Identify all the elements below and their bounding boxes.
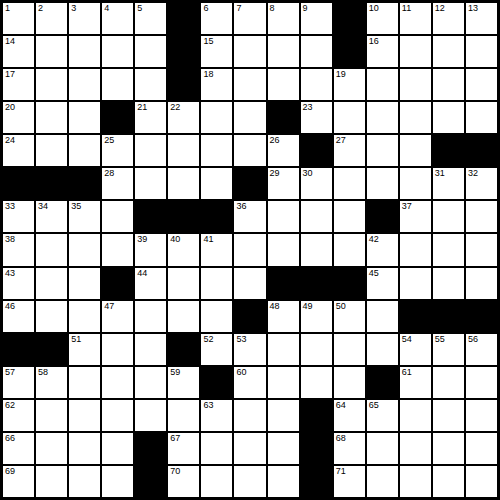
cell-r2c7[interactable]: 15	[201, 36, 232, 67]
clue-number: 49	[303, 301, 313, 312]
black-cell-r4c9	[268, 102, 299, 133]
cell-r3c7[interactable]: 18	[201, 69, 232, 100]
cell-r11c5[interactable]	[135, 334, 166, 365]
clue-number: 47	[104, 301, 114, 312]
black-cell-r1c11	[334, 3, 365, 34]
cell-r15c12[interactable]	[367, 466, 398, 497]
cell-r15c3[interactable]	[69, 466, 100, 497]
black-cell-r7c6	[168, 201, 199, 232]
cell-r5c3[interactable]	[69, 135, 100, 166]
cell-r2c9[interactable]	[268, 36, 299, 67]
cell-r11c8[interactable]: 53	[234, 334, 265, 365]
black-cell-r14c10	[301, 433, 332, 464]
clue-number: 55	[435, 334, 445, 345]
cell-r8c1[interactable]: 38	[3, 234, 34, 265]
cell-r5c6[interactable]	[168, 135, 199, 166]
cell-r8c4[interactable]	[102, 234, 133, 265]
cell-r9c13[interactable]	[400, 268, 431, 299]
clue-number: 11	[402, 3, 411, 14]
black-cell-r7c12	[367, 201, 398, 232]
black-cell-r12c7	[201, 367, 232, 398]
cell-r5c11[interactable]: 27	[334, 135, 365, 166]
cell-r9c7[interactable]	[201, 268, 232, 299]
clue-number: 26	[270, 135, 280, 146]
cell-r1c8[interactable]: 7	[234, 3, 265, 34]
clue-number: 44	[137, 268, 147, 279]
clue-number: 35	[71, 201, 81, 212]
black-cell-r9c11	[334, 268, 365, 299]
cell-r3c15[interactable]	[466, 69, 497, 100]
cell-r1c5[interactable]: 5	[135, 3, 166, 34]
cell-r4c11[interactable]	[334, 102, 365, 133]
cell-r3c1[interactable]: 17	[3, 69, 34, 100]
cell-r14c12[interactable]	[367, 433, 398, 464]
cell-r2c1[interactable]: 14	[3, 36, 34, 67]
cell-r2c14[interactable]	[433, 36, 464, 67]
cell-r3c12[interactable]	[367, 69, 398, 100]
cell-r12c5[interactable]	[135, 367, 166, 398]
cell-r10c7[interactable]	[201, 301, 232, 332]
clue-number: 19	[336, 69, 346, 80]
clue-number: 8	[270, 3, 275, 14]
cell-r5c7[interactable]	[201, 135, 232, 166]
black-cell-r3c6	[168, 69, 199, 100]
clue-number: 7	[236, 3, 241, 14]
clue-number: 57	[5, 367, 15, 378]
cell-r1c12[interactable]: 10	[367, 3, 398, 34]
cell-r6c12[interactable]	[367, 168, 398, 199]
clue-number: 17	[5, 69, 15, 80]
cell-r6c10[interactable]: 30	[301, 168, 332, 199]
cell-r7c2[interactable]: 34	[36, 201, 67, 232]
cell-r3c4[interactable]	[102, 69, 133, 100]
cell-r11c10[interactable]	[301, 334, 332, 365]
cell-r14c15[interactable]	[466, 433, 497, 464]
clue-number: 59	[170, 367, 180, 378]
cell-r3c2[interactable]	[36, 69, 67, 100]
cell-r5c4[interactable]: 25	[102, 135, 133, 166]
cell-r14c13[interactable]	[400, 433, 431, 464]
cell-r1c1[interactable]: 1	[3, 3, 34, 34]
clue-number: 13	[468, 3, 478, 14]
cell-r3c10[interactable]	[301, 69, 332, 100]
clue-number: 64	[336, 400, 346, 411]
clue-number: 56	[468, 334, 478, 345]
cell-r4c5[interactable]: 21	[135, 102, 166, 133]
cell-r14c6[interactable]: 67	[168, 433, 199, 464]
cell-r1c4[interactable]: 4	[102, 3, 133, 34]
black-cell-r14c5	[135, 433, 166, 464]
clue-number: 9	[303, 3, 308, 14]
cell-r12c4[interactable]	[102, 367, 133, 398]
cell-r8c6[interactable]: 40	[168, 234, 199, 265]
clue-number: 25	[104, 135, 114, 146]
clue-number: 1	[5, 3, 10, 14]
cell-r10c4[interactable]: 47	[102, 301, 133, 332]
clue-number: 27	[336, 135, 346, 146]
cell-r1c10[interactable]: 9	[301, 3, 332, 34]
cell-r11c3[interactable]: 51	[69, 334, 100, 365]
cell-r2c2[interactable]	[36, 36, 67, 67]
cell-r5c2[interactable]	[36, 135, 67, 166]
clue-number: 33	[5, 201, 15, 212]
cell-r12c1[interactable]: 57	[3, 367, 34, 398]
cell-r15c9[interactable]	[268, 466, 299, 497]
cell-r8c15[interactable]	[466, 234, 497, 265]
cell-r4c6[interactable]: 22	[168, 102, 199, 133]
cell-r13c15[interactable]	[466, 400, 497, 431]
cell-r15c8[interactable]	[234, 466, 265, 497]
cell-r12c13[interactable]: 61	[400, 367, 431, 398]
cell-r7c4[interactable]	[102, 201, 133, 232]
black-cell-r5c15	[466, 135, 497, 166]
clue-number: 54	[402, 334, 412, 345]
clue-number: 38	[5, 234, 15, 245]
cell-r13c12[interactable]: 65	[367, 400, 398, 431]
cell-r14c2[interactable]	[36, 433, 67, 464]
clue-number: 22	[170, 102, 180, 113]
cell-r1c3[interactable]: 3	[69, 3, 100, 34]
clue-number: 3	[71, 3, 76, 14]
cell-r11c14[interactable]: 55	[433, 334, 464, 365]
cell-r4c12[interactable]	[367, 102, 398, 133]
cell-r15c4[interactable]	[102, 466, 133, 497]
black-cell-r9c9	[268, 268, 299, 299]
clue-number: 14	[5, 36, 15, 47]
cell-r8c12[interactable]: 42	[367, 234, 398, 265]
cell-r1c2[interactable]: 2	[36, 3, 67, 34]
cell-r8c2[interactable]	[36, 234, 67, 265]
cell-r6c15[interactable]: 32	[466, 168, 497, 199]
cell-r15c2[interactable]	[36, 466, 67, 497]
clue-number: 50	[336, 301, 346, 312]
black-cell-r6c3	[69, 168, 100, 199]
clue-number: 12	[435, 3, 445, 14]
cell-r4c15[interactable]	[466, 102, 497, 133]
clue-number: 24	[5, 135, 15, 146]
cell-r4c3[interactable]	[69, 102, 100, 133]
cell-r8c7[interactable]: 41	[201, 234, 232, 265]
clue-number: 23	[303, 102, 313, 113]
cell-r12c10[interactable]	[301, 367, 332, 398]
clue-number: 10	[369, 3, 379, 14]
cell-r3c14[interactable]	[433, 69, 464, 100]
clue-number: 4	[104, 3, 109, 14]
clue-number: 68	[336, 433, 346, 444]
clue-number: 36	[236, 201, 246, 212]
cell-r10c6[interactable]	[168, 301, 199, 332]
cell-r12c2[interactable]: 58	[36, 367, 67, 398]
clue-number: 63	[203, 400, 213, 411]
black-cell-r9c4	[102, 268, 133, 299]
cell-r1c13[interactable]: 11	[400, 3, 431, 34]
cell-r10c1[interactable]: 46	[3, 301, 34, 332]
clue-number: 15	[203, 36, 213, 47]
clue-number: 62	[5, 400, 15, 411]
cell-r8c3[interactable]	[69, 234, 100, 265]
cell-r5c13[interactable]	[400, 135, 431, 166]
cell-r7c1[interactable]: 33	[3, 201, 34, 232]
black-cell-r2c11	[334, 36, 365, 67]
cell-r9c3[interactable]	[69, 268, 100, 299]
clue-number: 20	[5, 102, 15, 113]
cell-r8c5[interactable]: 39	[135, 234, 166, 265]
cell-r12c14[interactable]	[433, 367, 464, 398]
black-cell-r4c4	[102, 102, 133, 133]
cell-r5c12[interactable]	[367, 135, 398, 166]
black-cell-r15c10	[301, 466, 332, 497]
cell-r15c15[interactable]	[466, 466, 497, 497]
black-cell-r6c1	[3, 168, 34, 199]
cell-r7c13[interactable]: 37	[400, 201, 431, 232]
cell-r13c4[interactable]	[102, 400, 133, 431]
clue-number: 32	[468, 168, 478, 179]
cell-r2c10[interactable]	[301, 36, 332, 67]
cell-r2c13[interactable]	[400, 36, 431, 67]
cell-r4c1[interactable]: 20	[3, 102, 34, 133]
cell-r10c12[interactable]	[367, 301, 398, 332]
clue-number: 40	[170, 234, 180, 245]
cell-r13c5[interactable]	[135, 400, 166, 431]
cell-r11c13[interactable]: 54	[400, 334, 431, 365]
cell-r1c7[interactable]: 6	[201, 3, 232, 34]
cell-r5c5[interactable]	[135, 135, 166, 166]
black-cell-r7c7	[201, 201, 232, 232]
cell-r3c11[interactable]: 19	[334, 69, 365, 100]
cell-r2c15[interactable]	[466, 36, 497, 67]
clue-number: 52	[203, 334, 213, 345]
cell-r14c8[interactable]	[234, 433, 265, 464]
cell-r10c5[interactable]	[135, 301, 166, 332]
cell-r8c8[interactable]	[234, 234, 265, 265]
cell-r13c9[interactable]	[268, 400, 299, 431]
cell-r12c9[interactable]	[268, 367, 299, 398]
cell-r9c12[interactable]: 45	[367, 268, 398, 299]
black-cell-r11c6	[168, 334, 199, 365]
clue-number: 37	[402, 201, 412, 212]
clue-number: 6	[203, 3, 208, 14]
cell-r9c1[interactable]: 43	[3, 268, 34, 299]
cell-r2c4[interactable]	[102, 36, 133, 67]
black-cell-r11c1	[3, 334, 34, 365]
black-cell-r5c10	[301, 135, 332, 166]
cell-r6c13[interactable]	[400, 168, 431, 199]
clue-number: 30	[303, 168, 313, 179]
cell-r9c6[interactable]	[168, 268, 199, 299]
clue-number: 53	[236, 334, 246, 345]
cell-r7c9[interactable]	[268, 201, 299, 232]
cell-r9c15[interactable]	[466, 268, 497, 299]
clue-number: 45	[369, 268, 379, 279]
cell-r5c8[interactable]	[234, 135, 265, 166]
clue-number: 48	[270, 301, 280, 312]
cell-r14c11[interactable]: 68	[334, 433, 365, 464]
cell-r13c8[interactable]	[234, 400, 265, 431]
cell-r15c11[interactable]: 71	[334, 466, 365, 497]
cell-r4c14[interactable]	[433, 102, 464, 133]
cell-r10c10[interactable]: 49	[301, 301, 332, 332]
cell-r7c8[interactable]: 36	[234, 201, 265, 232]
cell-r12c3[interactable]	[69, 367, 100, 398]
cell-r6c11[interactable]	[334, 168, 365, 199]
clue-number: 34	[38, 201, 48, 212]
cell-r12c6[interactable]: 59	[168, 367, 199, 398]
cell-r14c3[interactable]	[69, 433, 100, 464]
clue-number: 31	[435, 168, 445, 179]
cell-r11c11[interactable]	[334, 334, 365, 365]
clue-number: 5	[137, 3, 142, 14]
cell-r11c15[interactable]: 56	[466, 334, 497, 365]
clue-number: 28	[104, 168, 114, 179]
black-cell-r15c5	[135, 466, 166, 497]
cell-r6c4[interactable]: 28	[102, 168, 133, 199]
cell-r14c14[interactable]	[433, 433, 464, 464]
cell-r6c5[interactable]	[135, 168, 166, 199]
cell-r2c8[interactable]	[234, 36, 265, 67]
cell-r11c9[interactable]	[268, 334, 299, 365]
cell-r5c1[interactable]: 24	[3, 135, 34, 166]
cell-r1c15[interactable]: 13	[466, 3, 497, 34]
black-cell-r13c10	[301, 400, 332, 431]
black-cell-r6c8	[234, 168, 265, 199]
clue-number: 65	[369, 400, 379, 411]
black-cell-r9c10	[301, 268, 332, 299]
clue-number: 67	[170, 433, 180, 444]
cell-r9c8[interactable]	[234, 268, 265, 299]
cell-r4c13[interactable]	[400, 102, 431, 133]
clue-number: 18	[203, 69, 213, 80]
cell-r3c3[interactable]	[69, 69, 100, 100]
cell-r8c9[interactable]	[268, 234, 299, 265]
cell-r8c11[interactable]	[334, 234, 365, 265]
cell-r6c7[interactable]	[201, 168, 232, 199]
cell-r10c11[interactable]: 50	[334, 301, 365, 332]
clue-number: 70	[170, 466, 180, 477]
cell-r3c13[interactable]	[400, 69, 431, 100]
black-cell-r12c12	[367, 367, 398, 398]
cell-r13c11[interactable]: 64	[334, 400, 365, 431]
black-cell-r5c14	[433, 135, 464, 166]
black-cell-r2c6	[168, 36, 199, 67]
cell-r15c6[interactable]: 70	[168, 466, 199, 497]
cell-r13c1[interactable]: 62	[3, 400, 34, 431]
cell-r13c2[interactable]	[36, 400, 67, 431]
cell-r13c13[interactable]	[400, 400, 431, 431]
cell-r3c9[interactable]	[268, 69, 299, 100]
cell-r7c15[interactable]	[466, 201, 497, 232]
clue-number: 16	[369, 36, 379, 47]
cell-r6c14[interactable]: 31	[433, 168, 464, 199]
cell-r15c1[interactable]: 69	[3, 466, 34, 497]
black-cell-r10c13	[400, 301, 431, 332]
cell-r10c9[interactable]: 48	[268, 301, 299, 332]
cell-r5c9[interactable]: 26	[268, 135, 299, 166]
cell-r7c14[interactable]	[433, 201, 464, 232]
cell-r13c14[interactable]	[433, 400, 464, 431]
crossword-board: 1234567891011121314151617181920212223242…	[0, 0, 500, 500]
cell-r4c2[interactable]	[36, 102, 67, 133]
clue-number: 66	[5, 433, 15, 444]
cell-r6c9[interactable]: 29	[268, 168, 299, 199]
cell-r15c13[interactable]	[400, 466, 431, 497]
clue-number: 60	[236, 367, 246, 378]
cell-r13c6[interactable]	[168, 400, 199, 431]
clue-number: 42	[369, 234, 379, 245]
cell-r7c11[interactable]	[334, 201, 365, 232]
cell-r10c3[interactable]	[69, 301, 100, 332]
cell-r15c14[interactable]	[433, 466, 464, 497]
cell-r14c7[interactable]	[201, 433, 232, 464]
black-cell-r6c2	[36, 168, 67, 199]
cell-r14c1[interactable]: 66	[3, 433, 34, 464]
cell-r12c15[interactable]	[466, 367, 497, 398]
clue-number: 69	[5, 466, 15, 477]
cell-r11c12[interactable]	[367, 334, 398, 365]
black-cell-r1c6	[168, 3, 199, 34]
cell-r9c5[interactable]: 44	[135, 268, 166, 299]
cell-r2c12[interactable]: 16	[367, 36, 398, 67]
cell-r4c10[interactable]: 23	[301, 102, 332, 133]
cell-r9c2[interactable]	[36, 268, 67, 299]
cell-r6c6[interactable]	[168, 168, 199, 199]
black-cell-r10c8	[234, 301, 265, 332]
cell-r15c7[interactable]	[201, 466, 232, 497]
black-cell-r11c2	[36, 334, 67, 365]
cell-r13c3[interactable]	[69, 400, 100, 431]
black-cell-r10c14	[433, 301, 464, 332]
clue-number: 2	[38, 3, 43, 14]
cell-r11c7[interactable]: 52	[201, 334, 232, 365]
black-cell-r7c5	[135, 201, 166, 232]
clue-number: 61	[402, 367, 412, 378]
cell-r8c14[interactable]	[433, 234, 464, 265]
clue-number: 21	[137, 102, 147, 113]
cell-r3c8[interactable]	[234, 69, 265, 100]
cell-r12c8[interactable]: 60	[234, 367, 265, 398]
cell-r13c7[interactable]: 63	[201, 400, 232, 431]
clue-number: 51	[71, 334, 81, 345]
cell-r11c4[interactable]	[102, 334, 133, 365]
cell-r1c9[interactable]: 8	[268, 3, 299, 34]
cell-r8c13[interactable]	[400, 234, 431, 265]
clue-number: 58	[38, 367, 48, 378]
clue-number: 71	[336, 466, 346, 477]
cell-r3c5[interactable]	[135, 69, 166, 100]
cell-r7c3[interactable]: 35	[69, 201, 100, 232]
clue-number: 46	[5, 301, 15, 312]
clue-number: 39	[137, 234, 147, 245]
cell-r7c10[interactable]	[301, 201, 332, 232]
cell-r10c2[interactable]	[36, 301, 67, 332]
cell-r12c11[interactable]	[334, 367, 365, 398]
cell-r2c3[interactable]	[69, 36, 100, 67]
cell-r14c9[interactable]	[268, 433, 299, 464]
cell-r9c14[interactable]	[433, 268, 464, 299]
cell-r2c5[interactable]	[135, 36, 166, 67]
cell-r1c14[interactable]: 12	[433, 3, 464, 34]
cell-r8c10[interactable]	[301, 234, 332, 265]
clue-number: 29	[270, 168, 280, 179]
cell-r4c8[interactable]	[234, 102, 265, 133]
cell-r4c7[interactable]	[201, 102, 232, 133]
cell-r14c4[interactable]	[102, 433, 133, 464]
clue-number: 41	[203, 234, 213, 245]
clue-number: 43	[5, 268, 15, 279]
black-cell-r10c15	[466, 301, 497, 332]
